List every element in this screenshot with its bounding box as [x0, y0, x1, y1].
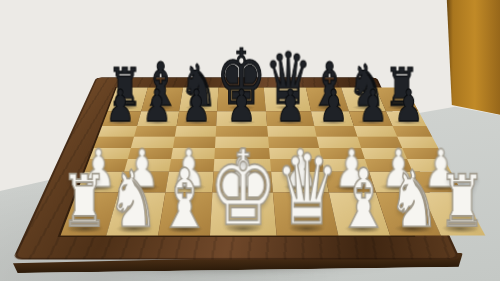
white-bishop: ♝	[336, 157, 390, 239]
white-rook: ♜	[438, 167, 485, 238]
white-rook: ♜	[61, 167, 108, 238]
square-c1: ♝	[158, 193, 212, 236]
black-pawn: ♟	[142, 84, 171, 128]
black-pawn: ♟	[276, 84, 305, 128]
square-d1: ♚	[210, 193, 276, 236]
square-h7: ♟	[386, 111, 427, 126]
black-pawn: ♟	[319, 84, 348, 128]
black-pawn: ♟	[182, 84, 211, 128]
square-f1: ♝	[329, 193, 390, 236]
square-a6	[98, 126, 137, 136]
square-b7: ♟	[137, 111, 179, 126]
white-queen: ♛	[275, 142, 340, 239]
black-pawn: ♟	[105, 84, 134, 128]
square-d7: ♟	[216, 111, 267, 126]
white-knight: ♞	[107, 160, 159, 238]
square-g7: ♟	[349, 111, 392, 126]
square-h6	[392, 126, 432, 136]
square-e1: ♛	[273, 193, 339, 236]
square-c7: ♟	[177, 111, 218, 126]
photo-scene: ♜♝♞♚♛♝♞♜♟♟♟♟♟♟♟♟♟♟♟♟♟♟♟♟♜♞♝♚♛♝♞♜	[0, 0, 500, 281]
black-pawn: ♟	[227, 84, 256, 128]
square-b6	[134, 126, 177, 136]
board-grid: ♜♝♞♚♛♝♞♜♟♟♟♟♟♟♟♟♟♟♟♟♟♟♟♟♜♞♝♚♛♝♞♜	[61, 88, 413, 236]
square-f7: ♟	[311, 111, 354, 126]
square-e7: ♟	[266, 111, 315, 126]
door-edge-panel	[444, 0, 500, 122]
square-g6	[354, 126, 397, 136]
square-b1: ♞	[106, 193, 165, 236]
white-king: ♚	[209, 136, 278, 240]
black-pawn: ♟	[394, 84, 423, 128]
black-pawn: ♟	[358, 84, 387, 128]
square-a7: ♟	[102, 111, 141, 126]
white-knight: ♞	[388, 160, 440, 238]
white-bishop: ♝	[157, 157, 211, 239]
